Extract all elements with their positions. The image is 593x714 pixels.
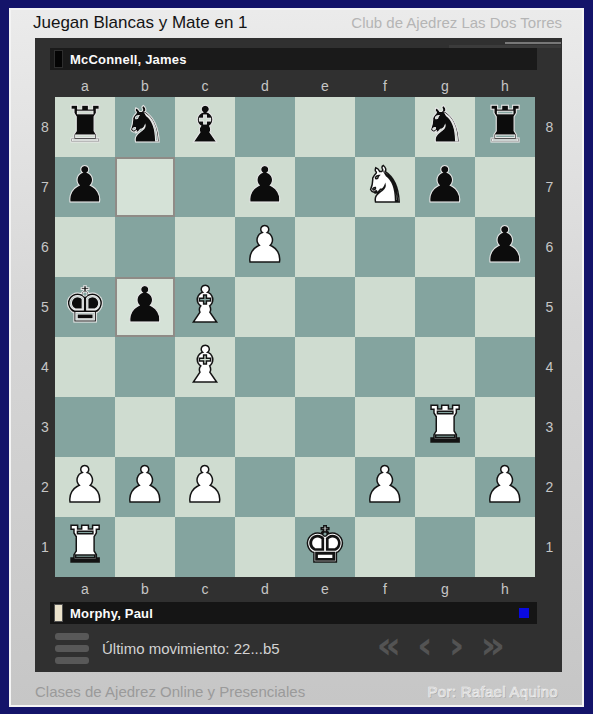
square-a1[interactable]: ♜ — [55, 517, 115, 577]
square-f5[interactable] — [355, 277, 415, 337]
panel-top-line-light — [505, 42, 561, 44]
square-a7[interactable]: ♟ — [55, 157, 115, 217]
square-a5[interactable]: ♚ — [55, 277, 115, 337]
piece-white-pawn[interactable]: ♟ — [363, 460, 408, 510]
square-e4[interactable] — [295, 337, 355, 397]
square-b5[interactable]: ♟ — [115, 277, 175, 337]
footer-author: Por: Rafael Aquino — [428, 683, 558, 700]
nav-next-button[interactable]: › — [449, 626, 465, 664]
square-a4[interactable] — [55, 337, 115, 397]
square-b7[interactable] — [115, 157, 175, 217]
square-g6[interactable] — [415, 217, 475, 277]
square-e5[interactable] — [295, 277, 355, 337]
piece-white-bishop[interactable]: ♝ — [183, 340, 228, 390]
piece-black-pawn[interactable]: ♟ — [123, 280, 168, 330]
piece-black-rook[interactable]: ♜ — [63, 100, 108, 150]
rank-labels-right: 87654321 — [537, 97, 562, 577]
square-h7[interactable] — [475, 157, 535, 217]
rank-label-left-5: 5 — [35, 277, 55, 337]
file-label-bottom-g: g — [415, 579, 475, 598]
square-g5[interactable] — [415, 277, 475, 337]
piece-white-pawn[interactable]: ♟ — [183, 460, 228, 510]
nav-prev-button[interactable]: ‹ — [417, 626, 433, 664]
square-c5[interactable]: ♝ — [175, 277, 235, 337]
square-h1[interactable] — [475, 517, 535, 577]
square-c1[interactable] — [175, 517, 235, 577]
rank-label-left-6: 6 — [35, 217, 55, 277]
page-background: Juegan Blancas y Mate en 1 Club de Ajedr… — [9, 8, 584, 707]
square-c4[interactable]: ♝ — [175, 337, 235, 397]
square-h5[interactable] — [475, 277, 535, 337]
piece-white-pawn[interactable]: ♟ — [123, 460, 168, 510]
square-d8[interactable] — [235, 97, 295, 157]
square-f1[interactable] — [355, 517, 415, 577]
menu-hamburger-icon[interactable] — [55, 633, 89, 664]
square-f6[interactable] — [355, 217, 415, 277]
square-a6[interactable] — [55, 217, 115, 277]
rank-label-left-1: 1 — [35, 517, 55, 577]
rank-label-right-2: 2 — [537, 457, 562, 517]
nav-arrows: « ‹ › » — [377, 629, 505, 667]
piece-white-pawn[interactable]: ♟ — [483, 460, 528, 510]
rank-label-left-7: 7 — [35, 157, 55, 217]
rank-labels-left: 87654321 — [35, 97, 55, 577]
club-name: Club de Ajedrez Las Dos Torres — [351, 14, 562, 31]
square-d7[interactable]: ♟ — [235, 157, 295, 217]
rank-label-right-3: 3 — [537, 397, 562, 457]
square-f8[interactable] — [355, 97, 415, 157]
file-labels-top: abcdefgh — [55, 76, 535, 95]
square-d1[interactable] — [235, 517, 295, 577]
file-label-top-b: b — [115, 76, 175, 95]
square-b1[interactable] — [115, 517, 175, 577]
square-f4[interactable] — [355, 337, 415, 397]
file-label-top-d: d — [235, 76, 295, 95]
square-b8[interactable]: ♞ — [115, 97, 175, 157]
piece-white-pawn[interactable]: ♟ — [63, 460, 108, 510]
square-e2[interactable] — [295, 457, 355, 517]
file-label-bottom-f: f — [355, 579, 415, 598]
page-title: Juegan Blancas y Mate en 1 — [33, 13, 248, 33]
square-b3[interactable] — [115, 397, 175, 457]
square-f3[interactable] — [355, 397, 415, 457]
square-b4[interactable] — [115, 337, 175, 397]
file-label-bottom-h: h — [475, 579, 535, 598]
square-d3[interactable] — [235, 397, 295, 457]
turn-indicator — [519, 608, 529, 618]
square-g4[interactable] — [415, 337, 475, 397]
square-d6[interactable]: ♟ — [235, 217, 295, 277]
square-a3[interactable] — [55, 397, 115, 457]
last-move-label: Último movimiento: 22...b5 — [102, 640, 280, 657]
rank-label-right-1: 1 — [537, 517, 562, 577]
file-label-bottom-b: b — [115, 579, 175, 598]
piece-white-king[interactable]: ♚ — [303, 520, 348, 570]
square-c6[interactable] — [175, 217, 235, 277]
file-label-top-e: e — [295, 76, 355, 95]
square-a8[interactable]: ♜ — [55, 97, 115, 157]
file-label-top-c: c — [175, 76, 235, 95]
player-bar-white: Morphy, Paul — [50, 602, 537, 624]
square-f2[interactable]: ♟ — [355, 457, 415, 517]
file-labels-bottom: abcdefgh — [55, 579, 535, 598]
piece-black-pawn[interactable]: ♟ — [483, 220, 528, 270]
square-h3[interactable] — [475, 397, 535, 457]
file-label-top-a: a — [55, 76, 115, 95]
rank-label-left-3: 3 — [35, 397, 55, 457]
piece-black-pawn[interactable]: ♟ — [423, 160, 468, 210]
square-c7[interactable] — [175, 157, 235, 217]
rank-label-right-7: 7 — [537, 157, 562, 217]
square-e7[interactable] — [295, 157, 355, 217]
square-b2[interactable]: ♟ — [115, 457, 175, 517]
square-c8[interactable]: ♝ — [175, 97, 235, 157]
square-g8[interactable]: ♞ — [415, 97, 475, 157]
piece-black-pawn[interactable]: ♟ — [63, 160, 108, 210]
square-f7[interactable]: ♞ — [355, 157, 415, 217]
player-name-white: Morphy, Paul — [70, 606, 153, 621]
square-g7[interactable]: ♟ — [415, 157, 475, 217]
file-label-bottom-a: a — [55, 579, 115, 598]
square-c3[interactable] — [175, 397, 235, 457]
piece-white-knight[interactable]: ♞ — [363, 160, 408, 210]
square-e3[interactable] — [295, 397, 355, 457]
white-side-indicator — [54, 604, 63, 622]
outer-frame: Juegan Blancas y Mate en 1 Club de Ajedr… — [0, 0, 593, 714]
piece-white-bishop[interactable]: ♝ — [183, 280, 228, 330]
file-label-top-f: f — [355, 76, 415, 95]
square-b6[interactable] — [115, 217, 175, 277]
file-label-bottom-e: e — [295, 579, 355, 598]
player-bar-black: McConnell, James — [50, 48, 537, 70]
square-c2[interactable]: ♟ — [175, 457, 235, 517]
piece-black-king[interactable]: ♚ — [63, 280, 108, 330]
square-h4[interactable] — [475, 337, 535, 397]
rank-label-left-2: 2 — [35, 457, 55, 517]
square-e6[interactable] — [295, 217, 355, 277]
rank-label-right-4: 4 — [537, 337, 562, 397]
footer-tagline: Clases de Ajedrez Online y Presenciales — [35, 683, 305, 700]
piece-white-pawn[interactable]: ♟ — [243, 220, 288, 270]
piece-black-knight[interactable]: ♞ — [123, 100, 168, 150]
square-d2[interactable] — [235, 457, 295, 517]
square-e8[interactable] — [295, 97, 355, 157]
piece-black-bishop[interactable]: ♝ — [183, 100, 228, 150]
square-g2[interactable] — [415, 457, 475, 517]
square-e1[interactable]: ♚ — [295, 517, 355, 577]
board: ♜♞♝♞♜♟♟♞♟♟♟♚♟♝♝♜♟♟♟♟♟♜♚ — [55, 97, 535, 577]
footer: Clases de Ajedrez Online y Presenciales … — [35, 683, 558, 700]
piece-black-pawn[interactable]: ♟ — [243, 160, 288, 210]
file-label-top-g: g — [415, 76, 475, 95]
rank-label-right-6: 6 — [537, 217, 562, 277]
rank-label-left-8: 8 — [35, 97, 55, 157]
file-label-top-h: h — [475, 76, 535, 95]
piece-black-rook[interactable]: ♜ — [483, 100, 528, 150]
file-label-bottom-d: d — [235, 579, 295, 598]
square-a2[interactable]: ♟ — [55, 457, 115, 517]
square-h6[interactable]: ♟ — [475, 217, 535, 277]
nav-first-button[interactable]: « — [377, 626, 402, 664]
player-name-black: McConnell, James — [70, 52, 187, 67]
square-d5[interactable] — [235, 277, 295, 337]
header: Juegan Blancas y Mate en 1 Club de Ajedr… — [33, 13, 562, 33]
square-h2[interactable]: ♟ — [475, 457, 535, 517]
square-d4[interactable] — [235, 337, 295, 397]
square-g3[interactable]: ♜ — [415, 397, 475, 457]
nav-last-button[interactable]: » — [480, 626, 505, 664]
piece-white-rook[interactable]: ♜ — [423, 400, 468, 450]
rank-label-right-5: 5 — [537, 277, 562, 337]
controls-row: Último movimiento: 22...b5 « ‹ › » — [50, 628, 547, 668]
chess-panel: McConnell, James abcdefgh 87654321 ♜♞♝♞♜… — [35, 38, 562, 672]
square-h8[interactable]: ♜ — [475, 97, 535, 157]
black-side-indicator — [54, 50, 63, 68]
file-label-bottom-c: c — [175, 579, 235, 598]
piece-black-knight[interactable]: ♞ — [423, 100, 468, 150]
square-g1[interactable] — [415, 517, 475, 577]
piece-white-rook[interactable]: ♜ — [63, 520, 108, 570]
rank-label-left-4: 4 — [35, 337, 55, 397]
rank-label-right-8: 8 — [537, 97, 562, 157]
